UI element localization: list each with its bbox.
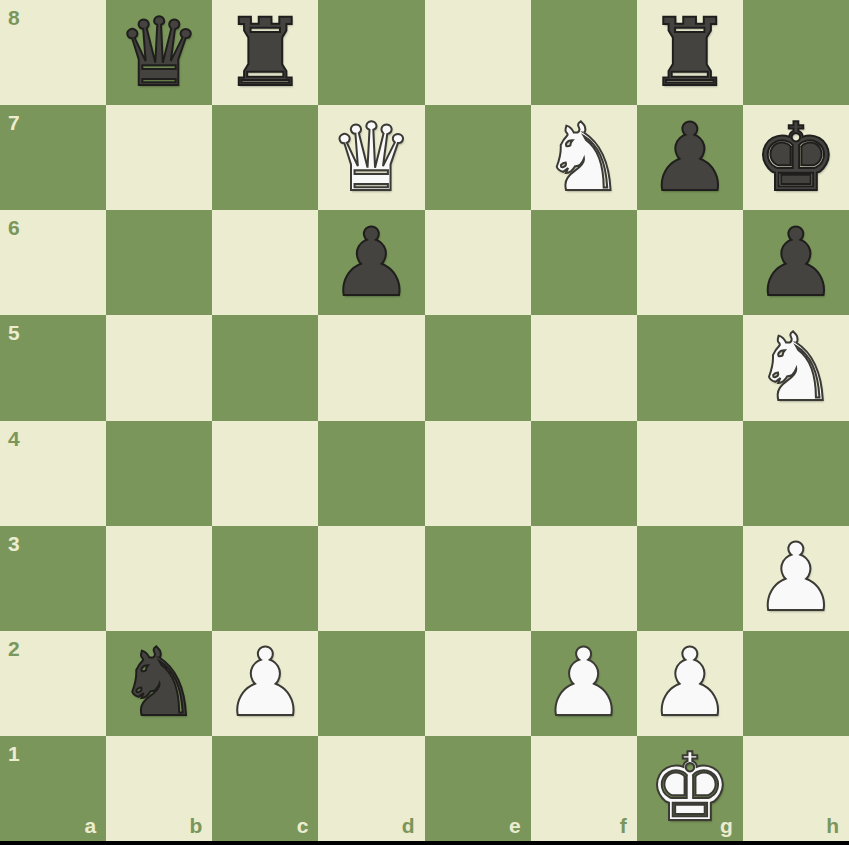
rank-label-1: 1 xyxy=(8,743,20,764)
square-b8[interactable]: ♛ xyxy=(106,0,212,105)
square-e6[interactable] xyxy=(425,210,531,315)
square-c1[interactable]: c xyxy=(212,736,318,841)
square-f4[interactable] xyxy=(531,421,637,526)
square-a7[interactable]: 7 xyxy=(0,105,106,210)
square-h7[interactable]: ♚ xyxy=(743,105,849,210)
file-label-h: h xyxy=(826,815,839,836)
piece-white-pawn[interactable]: ♟ xyxy=(743,526,849,631)
piece-black-rook[interactable]: ♜ xyxy=(637,0,743,105)
file-label-c: c xyxy=(297,815,309,836)
square-d3[interactable] xyxy=(318,526,424,631)
piece-white-queen[interactable]: ♛ xyxy=(318,105,424,210)
square-c4[interactable] xyxy=(212,421,318,526)
rank-label-6: 6 xyxy=(8,217,20,238)
square-b1[interactable]: b xyxy=(106,736,212,841)
rank-label-2: 2 xyxy=(8,638,20,659)
square-f6[interactable] xyxy=(531,210,637,315)
piece-white-pawn[interactable]: ♟ xyxy=(531,631,637,736)
square-b3[interactable] xyxy=(106,526,212,631)
square-f7[interactable]: ♞ xyxy=(531,105,637,210)
square-h6[interactable]: ♟ xyxy=(743,210,849,315)
square-d8[interactable] xyxy=(318,0,424,105)
board-bottom-border xyxy=(0,841,849,845)
square-b7[interactable] xyxy=(106,105,212,210)
square-g6[interactable] xyxy=(637,210,743,315)
file-label-e: e xyxy=(509,815,521,836)
square-h5[interactable]: ♞ xyxy=(743,315,849,420)
square-g1[interactable]: g♚ xyxy=(637,736,743,841)
square-a8[interactable]: 8 xyxy=(0,0,106,105)
square-h3[interactable]: ♟ xyxy=(743,526,849,631)
square-d1[interactable]: d xyxy=(318,736,424,841)
square-c2[interactable]: ♟ xyxy=(212,631,318,736)
square-a5[interactable]: 5 xyxy=(0,315,106,420)
file-label-f: f xyxy=(620,815,627,836)
square-h4[interactable] xyxy=(743,421,849,526)
rank-label-7: 7 xyxy=(8,112,20,133)
piece-black-pawn[interactable]: ♟ xyxy=(637,105,743,210)
square-a3[interactable]: 3 xyxy=(0,526,106,631)
square-c8[interactable]: ♜ xyxy=(212,0,318,105)
piece-white-pawn[interactable]: ♟ xyxy=(637,631,743,736)
square-h8[interactable] xyxy=(743,0,849,105)
square-f8[interactable] xyxy=(531,0,637,105)
rank-label-5: 5 xyxy=(8,322,20,343)
chess-board: 8♛♜♜7♛♞♟♚6♟♟5♞43♟2♞♟♟♟1abcdefg♚h xyxy=(0,0,849,841)
square-e1[interactable]: e xyxy=(425,736,531,841)
square-b5[interactable] xyxy=(106,315,212,420)
square-c6[interactable] xyxy=(212,210,318,315)
square-f1[interactable]: f xyxy=(531,736,637,841)
square-c7[interactable] xyxy=(212,105,318,210)
chess-board-frame: 8♛♜♜7♛♞♟♚6♟♟5♞43♟2♞♟♟♟1abcdefg♚h xyxy=(0,0,849,845)
square-e4[interactable] xyxy=(425,421,531,526)
square-f3[interactable] xyxy=(531,526,637,631)
square-b4[interactable] xyxy=(106,421,212,526)
square-a6[interactable]: 6 xyxy=(0,210,106,315)
square-e2[interactable] xyxy=(425,631,531,736)
rank-label-8: 8 xyxy=(8,7,20,28)
square-h2[interactable] xyxy=(743,631,849,736)
square-e3[interactable] xyxy=(425,526,531,631)
square-b2[interactable]: ♞ xyxy=(106,631,212,736)
square-g5[interactable] xyxy=(637,315,743,420)
square-a1[interactable]: 1a xyxy=(0,736,106,841)
square-a4[interactable]: 4 xyxy=(0,421,106,526)
piece-black-queen[interactable]: ♛ xyxy=(106,0,212,105)
piece-black-king[interactable]: ♚ xyxy=(743,105,849,210)
square-e7[interactable] xyxy=(425,105,531,210)
piece-black-rook[interactable]: ♜ xyxy=(212,0,318,105)
piece-white-knight[interactable]: ♞ xyxy=(531,105,637,210)
square-g7[interactable]: ♟ xyxy=(637,105,743,210)
rank-label-4: 4 xyxy=(8,428,20,449)
piece-black-pawn[interactable]: ♟ xyxy=(318,210,424,315)
square-a2[interactable]: 2 xyxy=(0,631,106,736)
square-g3[interactable] xyxy=(637,526,743,631)
piece-black-pawn[interactable]: ♟ xyxy=(743,210,849,315)
file-label-b: b xyxy=(189,815,202,836)
piece-white-pawn[interactable]: ♟ xyxy=(212,631,318,736)
square-c3[interactable] xyxy=(212,526,318,631)
square-d6[interactable]: ♟ xyxy=(318,210,424,315)
square-d4[interactable] xyxy=(318,421,424,526)
square-d5[interactable] xyxy=(318,315,424,420)
square-g2[interactable]: ♟ xyxy=(637,631,743,736)
square-e5[interactable] xyxy=(425,315,531,420)
square-g8[interactable]: ♜ xyxy=(637,0,743,105)
file-label-d: d xyxy=(402,815,415,836)
piece-white-king[interactable]: ♚ xyxy=(637,736,743,841)
piece-black-knight[interactable]: ♞ xyxy=(106,631,212,736)
square-f2[interactable]: ♟ xyxy=(531,631,637,736)
square-b6[interactable] xyxy=(106,210,212,315)
square-e8[interactable] xyxy=(425,0,531,105)
square-g4[interactable] xyxy=(637,421,743,526)
square-f5[interactable] xyxy=(531,315,637,420)
square-d2[interactable] xyxy=(318,631,424,736)
square-d7[interactable]: ♛ xyxy=(318,105,424,210)
square-c5[interactable] xyxy=(212,315,318,420)
rank-label-3: 3 xyxy=(8,533,20,554)
file-label-a: a xyxy=(84,815,96,836)
square-h1[interactable]: h xyxy=(743,736,849,841)
piece-white-knight[interactable]: ♞ xyxy=(743,315,849,420)
